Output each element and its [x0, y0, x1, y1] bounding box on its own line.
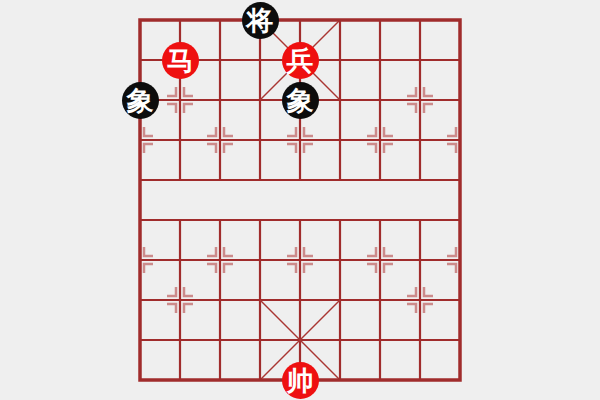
piece-black-general[interactable]: 将: [242, 2, 279, 39]
piece-black-elephant-left[interactable]: 象: [122, 82, 159, 119]
pieces-layer: 将马兵象象帅: [120, 0, 480, 400]
piece-red-soldier[interactable]: 兵: [282, 42, 319, 79]
piece-black-elephant-center[interactable]: 象: [282, 82, 319, 119]
piece-red-general[interactable]: 帅: [282, 362, 319, 399]
xiangqi-diagram: 将马兵象象帅: [0, 0, 600, 400]
piece-red-horse[interactable]: 马: [162, 42, 199, 79]
